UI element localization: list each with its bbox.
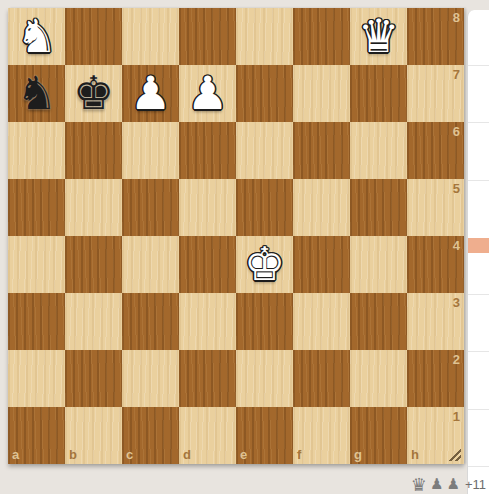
square-f4[interactable] — [293, 236, 350, 293]
square-g7[interactable] — [350, 65, 407, 122]
square-e3[interactable] — [236, 293, 293, 350]
panel-row-divider — [468, 122, 489, 123]
square-e8[interactable] — [236, 8, 293, 65]
square-h1[interactable]: 1h — [407, 407, 464, 464]
panel-row-divider — [468, 409, 489, 410]
square-b2[interactable] — [65, 350, 122, 407]
square-c5[interactable] — [122, 179, 179, 236]
square-a8[interactable]: ♞ — [8, 8, 65, 65]
square-g8[interactable]: ♛ — [350, 8, 407, 65]
square-h2[interactable]: 2 — [407, 350, 464, 407]
rank-label-5: 5 — [453, 182, 460, 195]
file-label-g: g — [354, 448, 362, 461]
panel-row-divider — [468, 466, 489, 467]
square-h6[interactable]: 6 — [407, 122, 464, 179]
square-b4[interactable] — [65, 236, 122, 293]
square-d8[interactable] — [179, 8, 236, 65]
square-b7[interactable]: ♚ — [65, 65, 122, 122]
square-b6[interactable] — [65, 122, 122, 179]
panel-row-divider — [468, 65, 489, 66]
square-a3[interactable] — [8, 293, 65, 350]
square-a2[interactable] — [8, 350, 65, 407]
side-panel — [467, 10, 489, 494]
square-b1[interactable]: b — [65, 407, 122, 464]
square-b8[interactable] — [65, 8, 122, 65]
square-c1[interactable]: c — [122, 407, 179, 464]
square-c6[interactable] — [122, 122, 179, 179]
square-e5[interactable] — [236, 179, 293, 236]
piece-white-knight[interactable]: ♞ — [8, 8, 65, 65]
file-label-f: f — [297, 448, 301, 461]
square-f5[interactable] — [293, 179, 350, 236]
piece-white-king[interactable]: ♚ — [236, 236, 293, 293]
square-e2[interactable] — [236, 350, 293, 407]
piece-black-king[interactable]: ♚ — [65, 65, 122, 122]
square-e7[interactable] — [236, 65, 293, 122]
square-e4[interactable]: ♚ — [236, 236, 293, 293]
rank-label-2: 2 — [453, 353, 460, 366]
rank-label-8: 8 — [453, 11, 460, 24]
rank-label-3: 3 — [453, 296, 460, 309]
pawn-icon: ♟ — [446, 476, 459, 493]
rank-label-1: 1 — [453, 410, 460, 423]
piece-white-pawn[interactable]: ♟ — [122, 65, 179, 122]
square-h5[interactable]: 5 — [407, 179, 464, 236]
square-c4[interactable] — [122, 236, 179, 293]
rank-label-7: 7 — [453, 68, 460, 81]
rank-label-4: 4 — [453, 239, 460, 252]
square-b3[interactable] — [65, 293, 122, 350]
piece-black-knight[interactable]: ♞ — [8, 65, 65, 122]
file-label-b: b — [69, 448, 77, 461]
square-h7[interactable]: 7 — [407, 65, 464, 122]
file-label-h: h — [411, 448, 419, 461]
rank-label-6: 6 — [453, 125, 460, 138]
chess-board[interactable]: ♞♛8♞♚♟♟765♚432abcdefg1h — [8, 8, 464, 464]
piece-white-queen[interactable]: ♛ — [350, 8, 407, 65]
square-a1[interactable]: a — [8, 407, 65, 464]
panel-row-divider — [468, 351, 489, 352]
square-c7[interactable]: ♟ — [122, 65, 179, 122]
square-f3[interactable] — [293, 293, 350, 350]
square-b5[interactable] — [65, 179, 122, 236]
square-d5[interactable] — [179, 179, 236, 236]
square-h4[interactable]: 4 — [407, 236, 464, 293]
square-d1[interactable]: d — [179, 407, 236, 464]
panel-row-divider — [468, 294, 489, 295]
material-advantage-indicator: ♛♟♟+11 — [411, 476, 486, 494]
square-e1[interactable]: e — [236, 407, 293, 464]
square-g2[interactable] — [350, 350, 407, 407]
material-advantage-value: +11 — [465, 476, 486, 493]
queen-icon: ♛ — [411, 476, 427, 493]
piece-white-pawn[interactable]: ♟ — [179, 65, 236, 122]
panel-row-divider — [468, 180, 489, 181]
square-f2[interactable] — [293, 350, 350, 407]
square-g6[interactable] — [350, 122, 407, 179]
square-c3[interactable] — [122, 293, 179, 350]
square-f7[interactable] — [293, 65, 350, 122]
board-resize-handle[interactable] — [448, 448, 461, 461]
square-d6[interactable] — [179, 122, 236, 179]
file-label-d: d — [183, 448, 191, 461]
square-d2[interactable] — [179, 350, 236, 407]
square-d4[interactable] — [179, 236, 236, 293]
square-c2[interactable] — [122, 350, 179, 407]
square-f8[interactable] — [293, 8, 350, 65]
square-f6[interactable] — [293, 122, 350, 179]
square-a5[interactable] — [8, 179, 65, 236]
file-label-e: e — [240, 448, 247, 461]
square-g1[interactable]: g — [350, 407, 407, 464]
square-a4[interactable] — [8, 236, 65, 293]
square-f1[interactable]: f — [293, 407, 350, 464]
square-d3[interactable] — [179, 293, 236, 350]
square-h3[interactable]: 3 — [407, 293, 464, 350]
square-g3[interactable] — [350, 293, 407, 350]
square-h8[interactable]: 8 — [407, 8, 464, 65]
square-e6[interactable] — [236, 122, 293, 179]
square-c8[interactable] — [122, 8, 179, 65]
square-a7[interactable]: ♞ — [8, 65, 65, 122]
file-label-a: a — [12, 448, 19, 461]
pawn-icon: ♟ — [430, 476, 443, 493]
square-g4[interactable] — [350, 236, 407, 293]
square-d7[interactable]: ♟ — [179, 65, 236, 122]
file-label-c: c — [126, 448, 133, 461]
square-g5[interactable] — [350, 179, 407, 236]
side-panel-highlighted-row[interactable] — [468, 238, 489, 253]
square-a6[interactable] — [8, 122, 65, 179]
